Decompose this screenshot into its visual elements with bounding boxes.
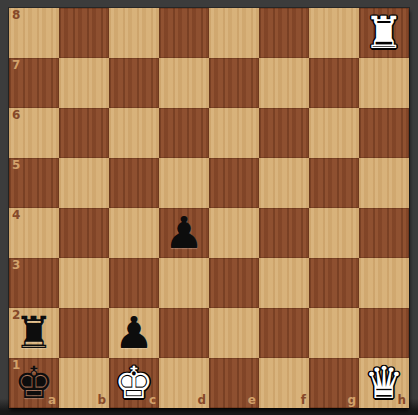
white-queen[interactable]: ♛: [359, 358, 409, 408]
square-a2[interactable]: 2♜: [9, 308, 59, 358]
rank-label-7: 7: [12, 59, 20, 72]
square-c1[interactable]: c♚: [109, 358, 159, 408]
square-h2[interactable]: [359, 308, 409, 358]
square-h6[interactable]: [359, 108, 409, 158]
square-b3[interactable]: [59, 258, 109, 308]
square-c7[interactable]: [109, 58, 159, 108]
square-h3[interactable]: [359, 258, 409, 308]
square-d5[interactable]: [159, 158, 209, 208]
square-g8[interactable]: [309, 8, 359, 58]
white-king[interactable]: ♚: [109, 358, 159, 408]
square-b4[interactable]: [59, 208, 109, 258]
black-pawn[interactable]: ♟: [109, 308, 159, 358]
square-g2[interactable]: [309, 308, 359, 358]
square-f5[interactable]: [259, 158, 309, 208]
square-b2[interactable]: [59, 308, 109, 358]
square-e6[interactable]: [209, 108, 259, 158]
square-e5[interactable]: [209, 158, 259, 208]
square-g7[interactable]: [309, 58, 359, 108]
square-h5[interactable]: [359, 158, 409, 208]
square-a5[interactable]: 5: [9, 158, 59, 208]
rank-label-8: 8: [12, 9, 20, 22]
square-b7[interactable]: [59, 58, 109, 108]
square-b5[interactable]: [59, 158, 109, 208]
square-h1[interactable]: h♛: [359, 358, 409, 408]
square-d4[interactable]: ♟: [159, 208, 209, 258]
square-b8[interactable]: [59, 8, 109, 58]
square-d3[interactable]: [159, 258, 209, 308]
file-label-g: g: [347, 394, 356, 407]
square-e1[interactable]: e: [209, 358, 259, 408]
square-f4[interactable]: [259, 208, 309, 258]
square-a4[interactable]: 4: [9, 208, 59, 258]
square-e3[interactable]: [209, 258, 259, 308]
square-h7[interactable]: [359, 58, 409, 108]
chess-board: 8♜7654♟32♜♟1a♚bc♚defgh♛: [9, 8, 409, 408]
square-h4[interactable]: [359, 208, 409, 258]
square-a6[interactable]: 6: [9, 108, 59, 158]
rank-label-4: 4: [12, 209, 20, 222]
square-b1[interactable]: b: [59, 358, 109, 408]
rank-label-5: 5: [12, 159, 20, 172]
file-label-d: d: [197, 394, 206, 407]
square-f3[interactable]: [259, 258, 309, 308]
black-rook[interactable]: ♜: [9, 308, 59, 358]
square-g5[interactable]: [309, 158, 359, 208]
square-c6[interactable]: [109, 108, 159, 158]
square-d2[interactable]: [159, 308, 209, 358]
square-a3[interactable]: 3: [9, 258, 59, 308]
square-c8[interactable]: [109, 8, 159, 58]
rank-label-3: 3: [12, 259, 20, 272]
file-label-e: e: [248, 394, 256, 407]
square-d1[interactable]: d: [159, 358, 209, 408]
square-c4[interactable]: [109, 208, 159, 258]
square-f7[interactable]: [259, 58, 309, 108]
square-d7[interactable]: [159, 58, 209, 108]
square-f6[interactable]: [259, 108, 309, 158]
square-f2[interactable]: [259, 308, 309, 358]
square-g3[interactable]: [309, 258, 359, 308]
square-e7[interactable]: [209, 58, 259, 108]
square-d8[interactable]: [159, 8, 209, 58]
black-pawn[interactable]: ♟: [159, 208, 209, 258]
square-b6[interactable]: [59, 108, 109, 158]
file-label-f: f: [301, 394, 306, 407]
square-g1[interactable]: g: [309, 358, 359, 408]
square-h8[interactable]: ♜: [359, 8, 409, 58]
square-e8[interactable]: [209, 8, 259, 58]
square-d6[interactable]: [159, 108, 209, 158]
square-a7[interactable]: 7: [9, 58, 59, 108]
square-e4[interactable]: [209, 208, 259, 258]
square-f8[interactable]: [259, 8, 309, 58]
square-a1[interactable]: 1a♚: [9, 358, 59, 408]
square-g4[interactable]: [309, 208, 359, 258]
white-rook[interactable]: ♜: [359, 8, 409, 58]
square-f1[interactable]: f: [259, 358, 309, 408]
square-e2[interactable]: [209, 308, 259, 358]
black-king[interactable]: ♚: [9, 358, 59, 408]
square-g6[interactable]: [309, 108, 359, 158]
square-c2[interactable]: ♟: [109, 308, 159, 358]
square-a8[interactable]: 8: [9, 8, 59, 58]
square-c3[interactable]: [109, 258, 159, 308]
rank-label-6: 6: [12, 109, 20, 122]
square-c5[interactable]: [109, 158, 159, 208]
file-label-b: b: [97, 394, 106, 407]
